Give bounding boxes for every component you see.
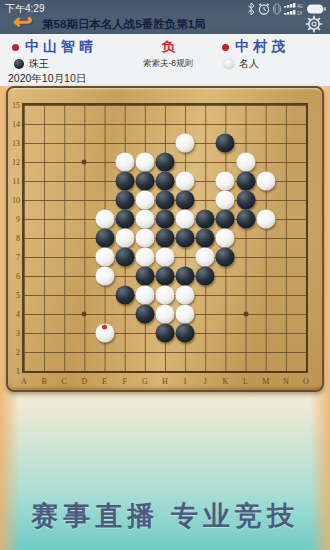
black-stone-J8 <box>196 229 215 248</box>
col-label-C: C <box>62 377 67 386</box>
black-stone-H8 <box>156 229 175 248</box>
right-player-name: 中村茂 <box>235 38 289 56</box>
white-stone-E9 <box>95 210 114 229</box>
star-point <box>243 312 248 317</box>
white-stone-G9 <box>135 210 154 229</box>
black-stone-J6 <box>196 267 215 286</box>
left-player: 中山智晴 珠王 <box>12 38 97 71</box>
black-stone-F7 <box>115 248 134 267</box>
col-label-G: G <box>142 377 148 386</box>
black-stone-G11 <box>135 172 154 191</box>
col-label-K: K <box>223 377 229 386</box>
col-label-M: M <box>262 377 269 386</box>
row-label-6: 6 <box>16 272 20 281</box>
row-label-4: 4 <box>16 310 20 319</box>
black-stone-G4 <box>135 305 154 324</box>
col-label-A: A <box>21 377 27 386</box>
white-stone-H4 <box>156 305 175 324</box>
black-stone-I8 <box>176 229 195 248</box>
star-point <box>82 312 87 317</box>
star-point <box>82 160 87 165</box>
battery-icon <box>307 4 326 14</box>
white-stone-K8 <box>216 229 235 248</box>
white-stone-F8 <box>115 229 134 248</box>
black-stone-J9 <box>196 210 215 229</box>
black-stone-L9 <box>236 210 255 229</box>
banner-text: 赛事直播 专业竞技 <box>0 498 330 534</box>
white-stone-G7 <box>135 248 154 267</box>
white-stone-G8 <box>135 229 154 248</box>
white-stone-K11 <box>216 172 235 191</box>
white-stone-E7 <box>95 248 114 267</box>
result-column: 负 索索夫-8规则 <box>130 38 206 70</box>
white-stone-H5 <box>156 286 175 305</box>
black-stone-H12 <box>156 153 175 172</box>
white-stone-M11 <box>256 172 275 191</box>
col-label-L: L <box>243 377 248 386</box>
right-player-title: 名人 <box>239 57 259 71</box>
white-stone-icon <box>224 59 234 69</box>
row-label-7: 7 <box>16 253 20 262</box>
black-stone-F11 <box>115 172 134 191</box>
col-label-O: O <box>303 377 309 386</box>
black-stone-F10 <box>115 191 134 210</box>
black-stone-L10 <box>236 191 255 210</box>
col-label-F: F <box>122 377 126 386</box>
left-player-name: 中山智晴 <box>25 38 97 56</box>
right-player-red-dot-icon <box>222 44 229 51</box>
black-stone-icon <box>14 59 24 69</box>
white-stone-I9 <box>176 210 195 229</box>
col-label-D: D <box>82 377 88 386</box>
white-stone-G12 <box>135 153 154 172</box>
row-label-1: 1 <box>16 367 20 376</box>
white-stone-M9 <box>256 210 275 229</box>
row-label-3: 3 <box>16 329 20 338</box>
black-stone-H6 <box>156 267 175 286</box>
last-move-marker-icon <box>102 325 107 330</box>
left-player-title: 珠王 <box>29 57 49 71</box>
row-label-12: 12 <box>12 158 20 167</box>
white-stone-F12 <box>115 153 134 172</box>
row-label-5: 5 <box>16 291 20 300</box>
col-label-E: E <box>102 377 107 386</box>
gear-icon[interactable] <box>304 14 324 34</box>
game-date: 2020年10月10日 <box>8 72 86 86</box>
white-stone-L12 <box>236 153 255 172</box>
row-label-10: 10 <box>12 196 20 205</box>
match-info-panel: 中山智晴 珠王 负 索索夫-8规则 中村茂 名人 2020年10月10日 <box>0 34 330 87</box>
col-label-N: N <box>283 377 289 386</box>
black-stone-E8 <box>95 229 114 248</box>
black-stone-F5 <box>115 286 134 305</box>
row-label-2: 2 <box>16 348 20 357</box>
result-text: 负 <box>130 38 206 56</box>
back-arrow-icon[interactable]: ↩ <box>6 10 41 34</box>
black-stone-I3 <box>176 324 195 343</box>
col-label-B: B <box>41 377 46 386</box>
black-stone-H9 <box>156 210 175 229</box>
right-player: 中村茂 名人 <box>222 38 289 71</box>
board-grid[interactable] <box>22 103 308 373</box>
white-stone-J7 <box>196 248 215 267</box>
renju-board[interactable]: ABCDEFGHIJKLMNO 151413121110987654321 <box>6 86 324 392</box>
vibrate-icon <box>273 3 281 15</box>
col-label-J: J <box>204 377 207 386</box>
header: 下午4:29 4G 1X <box>0 0 330 34</box>
black-stone-L11 <box>236 172 255 191</box>
svg-text:4G: 4G <box>297 4 304 9</box>
white-stone-K10 <box>216 191 235 210</box>
row-label-15: 15 <box>12 101 20 110</box>
col-label-I: I <box>184 377 187 386</box>
white-stone-E6 <box>95 267 114 286</box>
black-stone-G6 <box>135 267 154 286</box>
alarm-icon <box>258 3 270 15</box>
white-stone-I11 <box>176 172 195 191</box>
white-stone-H7 <box>156 248 175 267</box>
black-stone-K9 <box>216 210 235 229</box>
column-labels: ABCDEFGHIJKLMNO <box>24 377 306 389</box>
row-label-13: 13 <box>12 139 20 148</box>
white-stone-G10 <box>135 191 154 210</box>
white-stone-I4 <box>176 305 195 324</box>
title-bar: ↩ 第58期日本名人战5番胜负第1局 <box>0 14 330 34</box>
rule-text: 索索夫-8规则 <box>130 58 206 70</box>
white-stone-I13 <box>176 134 195 153</box>
col-label-H: H <box>162 377 168 386</box>
white-stone-E3 <box>95 324 114 343</box>
row-label-9: 9 <box>16 215 20 224</box>
white-stone-I5 <box>176 286 195 305</box>
page-title: 第58期日本名人战5番胜负第1局 <box>42 17 300 32</box>
black-stone-I10 <box>176 191 195 210</box>
black-stone-F9 <box>115 210 134 229</box>
black-stone-I6 <box>176 267 195 286</box>
black-stone-K7 <box>216 248 235 267</box>
row-labels: 151413121110987654321 <box>9 105 20 371</box>
bluetooth-icon <box>247 3 255 15</box>
white-stone-G5 <box>135 286 154 305</box>
black-stone-H10 <box>156 191 175 210</box>
black-stone-H3 <box>156 324 175 343</box>
row-label-11: 11 <box>12 177 20 186</box>
row-label-14: 14 <box>12 120 20 129</box>
black-stone-K13 <box>216 134 235 153</box>
row-label-8: 8 <box>16 234 20 243</box>
black-stone-H11 <box>156 172 175 191</box>
left-player-red-dot-icon <box>12 44 19 51</box>
